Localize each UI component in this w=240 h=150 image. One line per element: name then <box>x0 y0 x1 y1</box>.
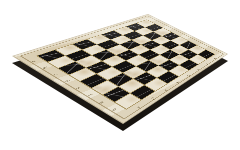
chess-board: abcdefgh 87654321 <box>12 14 228 124</box>
board-squares <box>36 19 215 109</box>
product-image-canvas: abcdefgh 87654321 <box>0 0 240 150</box>
